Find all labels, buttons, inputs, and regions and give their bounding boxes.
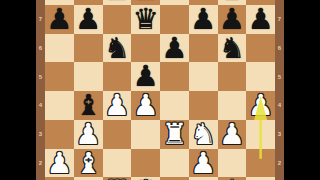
square-b6 [74,34,103,63]
square-h3 [246,120,275,149]
square-c7 [103,5,132,34]
square-c6: ♞ [103,34,132,63]
square-f4 [189,91,218,120]
rank-label-right-6: 6 [275,34,284,63]
square-f1 [189,177,218,180]
white-knight-f3: ♞ [190,120,216,149]
square-d6 [131,34,160,63]
black-bishop-b4: ♝ [75,91,101,120]
white-pawn-f2: ♟ [190,149,216,178]
square-e7 [160,5,189,34]
square-d7: ♛ [131,5,160,34]
square-c1: ♜ [103,177,132,180]
square-e5 [160,62,189,91]
square-c4: ♟ [103,91,132,120]
square-a4 [45,91,74,120]
rank-label-right-5: 5 [275,62,284,91]
square-h7: ♟ [246,5,275,34]
square-d1: ♛ [131,177,160,180]
square-b1 [74,177,103,180]
rank-label-right-3: 3 [275,120,284,149]
board-squares: ♜♜♚♟♟♛♟♟♟♞♟♞♟♝♟♟♟♟♜♞♟♟♝♟♜♛♚ [45,0,275,180]
square-a3 [45,120,74,149]
rank-label-right-7: 7 [275,5,284,34]
white-pawn-h4: ♟ [248,91,274,120]
white-pawn-d4: ♟ [133,91,159,120]
black-pawn-g7: ♟ [219,5,245,34]
square-g7: ♟ [218,5,247,34]
rank-label-left-5: 5 [36,62,45,91]
chessboard-screenshot: ♜♜♚♟♟♛♟♟♟♞♟♞♟♝♟♟♟♟♜♞♟♟♝♟♜♛♚ 87654321 876… [0,0,320,180]
black-queen-d7: ♛ [133,5,159,34]
black-knight-c6: ♞ [104,34,130,63]
square-e2 [160,149,189,178]
square-h5 [246,62,275,91]
black-pawn-d5: ♟ [133,62,159,91]
white-pawn-c4: ♟ [104,91,130,120]
square-d5: ♟ [131,62,160,91]
black-pawn-e6: ♟ [161,34,187,63]
square-b7: ♟ [74,5,103,34]
white-rook-e3: ♜ [161,120,187,149]
square-c5 [103,62,132,91]
square-h6 [246,34,275,63]
white-bishop-b2: ♝ [75,149,101,178]
black-pawn-a7: ♟ [46,5,72,34]
square-c2 [103,149,132,178]
square-a6 [45,34,74,63]
black-pawn-b7: ♟ [75,5,101,34]
white-king-g1: ♚ [219,177,245,180]
rank-labels-left: 87654321 [36,0,45,180]
square-c3 [103,120,132,149]
square-d4: ♟ [131,91,160,120]
square-b4: ♝ [74,91,103,120]
square-g5 [218,62,247,91]
rank-label-right-2: 2 [275,149,284,178]
square-e6: ♟ [160,34,189,63]
rank-labels-right: 87654321 [275,0,284,180]
rank-label-left-4: 4 [36,91,45,120]
square-g2 [218,149,247,178]
rank-label-left-3: 3 [36,120,45,149]
square-b2: ♝ [74,149,103,178]
square-g3: ♟ [218,120,247,149]
square-g4 [218,91,247,120]
square-h2 [246,149,275,178]
square-g1: ♚ [218,177,247,180]
rank-label-right-1: 1 [275,177,284,180]
square-f5 [189,62,218,91]
square-a1 [45,177,74,180]
square-b3: ♟ [74,120,103,149]
white-rook-c1: ♜ [104,177,130,180]
white-pawn-b3: ♟ [75,120,101,149]
black-knight-g6: ♞ [219,34,245,63]
square-f6 [189,34,218,63]
square-f3: ♞ [189,120,218,149]
square-d2 [131,149,160,178]
rank-label-left-6: 6 [36,34,45,63]
square-f2: ♟ [189,149,218,178]
square-e3: ♜ [160,120,189,149]
square-g6: ♞ [218,34,247,63]
square-h1 [246,177,275,180]
white-pawn-a2: ♟ [46,149,72,178]
square-d3 [131,120,160,149]
square-b5 [74,62,103,91]
square-e4 [160,91,189,120]
white-queen-d1: ♛ [133,177,159,180]
square-e1 [160,177,189,180]
square-a5 [45,62,74,91]
rank-label-right-4: 4 [275,91,284,120]
rank-label-left-7: 7 [36,5,45,34]
rank-label-left-2: 2 [36,149,45,178]
square-f7: ♟ [189,5,218,34]
white-pawn-g3: ♟ [219,120,245,149]
rank-label-left-1: 1 [36,177,45,180]
black-pawn-f7: ♟ [190,5,216,34]
black-pawn-h7: ♟ [248,5,274,34]
square-a7: ♟ [45,5,74,34]
square-h4: ♟ [246,91,275,120]
square-a2: ♟ [45,149,74,178]
